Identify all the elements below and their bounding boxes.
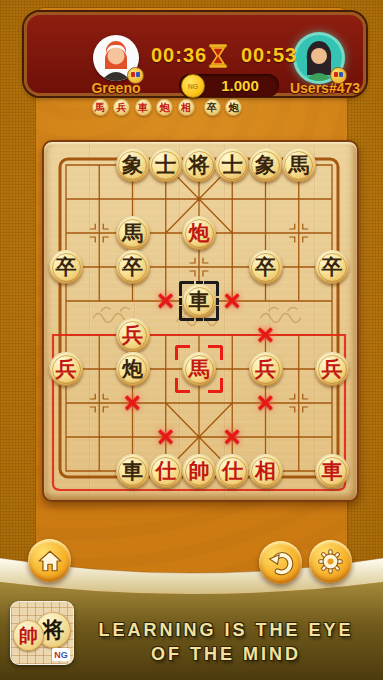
piece-red-仕-f4r10[interactable]: 仕: [149, 454, 183, 488]
move-hint-f6r5[interactable]: ✕: [215, 284, 249, 318]
piece-red-炮-f5r3[interactable]: 炮: [182, 216, 216, 250]
player-name-left: Greeno: [61, 80, 171, 96]
home-button[interactable]: [28, 539, 71, 582]
captured-red-piece: 炮: [156, 99, 173, 116]
move-hint-f6r9[interactable]: ✕: [215, 420, 249, 454]
move-hint-f4r5[interactable]: ✕: [149, 284, 183, 318]
piece-black-卒-f9r4[interactable]: 卒: [315, 250, 349, 284]
coin-icon: NG: [181, 74, 205, 98]
piece-red-兵-f1r7[interactable]: 兵: [49, 352, 83, 386]
piece-black-卒-f3r4[interactable]: 卒: [116, 250, 150, 284]
piece-red-車-f9r10[interactable]: 車: [315, 454, 349, 488]
board-grid: [44, 142, 357, 500]
piece-black-卒-f7r4[interactable]: 卒: [249, 250, 283, 284]
piece-red-馬-f5r7[interactable]: 馬: [182, 352, 216, 386]
banner-text-line2: OF THE MIND: [72, 644, 380, 665]
player-name-right: Users#473: [270, 80, 380, 96]
captured-black-piece: 炮: [225, 99, 242, 116]
undo-button[interactable]: [259, 541, 302, 584]
app-logo: 将 帥 NG: [10, 601, 74, 665]
banner-text-line1: LEARNING IS THE EYE: [72, 620, 380, 641]
app-logo-red-piece: 帥: [13, 620, 44, 651]
piece-black-士-f6r1[interactable]: 士: [215, 148, 249, 182]
captured-red-piece: 相: [178, 99, 195, 116]
piece-black-炮-f3r7[interactable]: 炮: [116, 352, 150, 386]
pot-amount: 1.000: [205, 77, 275, 94]
captured-red-piece: 馬: [92, 99, 109, 116]
top-bar: 00:36 00:53 Greeno Users#473 NG 1.000: [24, 12, 366, 96]
piece-black-士-f4r1[interactable]: 士: [149, 148, 183, 182]
piece-red-帥-f5r10[interactable]: 帥: [182, 454, 216, 488]
home-icon: [37, 548, 63, 574]
piece-red-仕-f6r10[interactable]: 仕: [215, 454, 249, 488]
timer-right: 00:53: [241, 44, 297, 67]
avatar-left-badge: [127, 67, 144, 84]
piece-black-卒-f1r4[interactable]: 卒: [49, 250, 83, 284]
piece-black-車-f5r5[interactable]: 車: [182, 284, 216, 318]
piece-black-将-f5r1[interactable]: 将: [182, 148, 216, 182]
xiangqi-board: 象士将士象馬馬炮卒卒卒卒車兵兵炮馬兵兵車仕帥仕相車✕✕✕✕✕✕✕: [42, 140, 359, 502]
captured-black-piece: 卒: [204, 99, 221, 116]
move-hint-f3r8[interactable]: ✕: [116, 386, 150, 420]
piece-black-馬-f3r3[interactable]: 馬: [116, 216, 150, 250]
captured-red-piece: 兵: [113, 99, 130, 116]
hourglass-icon: [208, 44, 228, 68]
piece-black-車-f3r10[interactable]: 車: [116, 454, 150, 488]
avatar-right-badge: [330, 67, 347, 84]
piece-black-馬-f8r1[interactable]: 馬: [282, 148, 316, 182]
piece-black-象-f3r1[interactable]: 象: [116, 148, 150, 182]
piece-red-兵-f9r7[interactable]: 兵: [315, 352, 349, 386]
piece-red-相-f7r10[interactable]: 相: [249, 454, 283, 488]
move-hint-f4r9[interactable]: ✕: [149, 420, 183, 454]
piece-red-兵-f7r7[interactable]: 兵: [249, 352, 283, 386]
timer-left: 00:36: [151, 44, 207, 67]
undo-icon: [267, 549, 294, 576]
settings-button[interactable]: [309, 540, 352, 583]
move-hint-f7r6[interactable]: ✕: [249, 318, 283, 352]
captured-red-piece: 車: [135, 99, 152, 116]
ng-logo: NG: [52, 648, 70, 661]
piece-black-象-f7r1[interactable]: 象: [249, 148, 283, 182]
move-hint-f7r8[interactable]: ✕: [249, 386, 283, 420]
gear-icon: [317, 548, 344, 575]
pot-pill: NG 1.000: [179, 74, 279, 97]
game-screen: 00:36 00:53 Greeno Users#473 NG 1.000 馬兵…: [0, 0, 383, 680]
piece-red-兵-f3r6[interactable]: 兵: [116, 318, 150, 352]
